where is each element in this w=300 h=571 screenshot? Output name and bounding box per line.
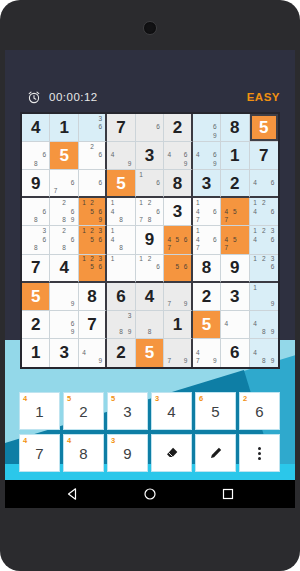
pencil-mark: 6 (96, 208, 104, 216)
pad-digit: 5 (211, 404, 219, 419)
pad-number-2[interactable]: 52 (63, 392, 104, 430)
pencil-mark: 8 (31, 244, 39, 252)
pencil-mark: 6 (96, 236, 104, 244)
pencil-marks: 489 (250, 339, 278, 367)
cell-r8c3[interactable]: 7 (79, 311, 107, 339)
cell-r8c1[interactable]: 2 (22, 311, 50, 339)
pencil-mark: 4 (194, 349, 202, 358)
pad-digit: 6 (255, 404, 263, 419)
cell-r8c8[interactable]: 4 (221, 311, 249, 339)
given-digit: 3 (230, 288, 239, 305)
pencil-mark: 9 (211, 357, 219, 366)
given-digit: 7 (116, 119, 125, 136)
given-digit: 9 (31, 175, 40, 192)
pencil-mark: 6 (96, 123, 104, 131)
pencil-mark: 4 (222, 208, 230, 216)
entered-digit: 5 (31, 288, 40, 305)
cell-r3c6[interactable]: 8 (164, 170, 192, 198)
pencil-mark: 4 (108, 208, 116, 216)
pencil-mark: 6 (154, 208, 162, 216)
pencil-mark: 1 (251, 256, 260, 264)
pencil-mark: 4 (80, 349, 88, 358)
sudoku-board: 4136762698568526493469469179676516832466… (20, 112, 280, 369)
pencil-mark: 9 (68, 300, 76, 308)
pencil-mark: 6 (211, 123, 219, 131)
cell-r6c6[interactable]: 56 (164, 255, 192, 283)
pad-digit: 8 (79, 446, 87, 461)
pencil-mark: 6 (40, 236, 48, 244)
pencil-marks: 479 (193, 339, 220, 367)
pencil-mark: 6 (96, 179, 104, 187)
cell-r6c4[interactable]: 1 (107, 255, 135, 283)
number-pad: 415253346526474839 (19, 392, 280, 472)
eraser-icon (164, 445, 180, 461)
cell-r2c8[interactable]: 1 (221, 142, 249, 170)
pencil-marks: 46 (250, 170, 278, 196)
pencil-mark: 4 (165, 151, 173, 159)
pencil-marks: 489 (250, 311, 278, 338)
cell-r9c8[interactable]: 6 (221, 339, 249, 367)
timer-text: 00:00:12 (49, 91, 98, 103)
pencil-mark: 1 (137, 199, 145, 207)
pencil-marks: 68 (22, 198, 49, 225)
given-digit: 7 (31, 259, 40, 276)
pencil-mark: 1 (108, 199, 116, 207)
pencil-mark: 3 (268, 227, 277, 235)
given-digit: 9 (145, 231, 154, 248)
remaining-count: 5 (111, 395, 115, 403)
cell-r9c3[interactable]: 49 (79, 339, 107, 367)
given-digit: 7 (259, 147, 268, 164)
pencil-mark: 6 (154, 179, 162, 187)
cell-r5c9[interactable]: 12346 (250, 226, 278, 254)
cell-r6c2[interactable]: 4 (50, 255, 78, 283)
pad-digit: 3 (123, 404, 131, 419)
given-digit: 8 (202, 259, 211, 276)
pencil-marks: 268 (50, 226, 77, 253)
pencil-mark: 8 (60, 216, 68, 224)
pencil-mark: 4 (194, 236, 202, 244)
cell-r7c2[interactable]: 9 (50, 283, 78, 311)
given-digit: 2 (230, 175, 239, 192)
cell-r8c9[interactable]: 489 (250, 311, 278, 339)
cell-r1c3[interactable]: 36 (79, 114, 107, 142)
alarm-clock-icon (27, 90, 41, 104)
pad-eraser-button[interactable] (151, 434, 192, 472)
cell-r1c7[interactable]: 69 (193, 114, 221, 142)
pencil-mark: 4 (222, 320, 230, 328)
pencil-marks: 469 (193, 142, 220, 169)
cell-r8c2[interactable]: 69 (50, 311, 78, 339)
pencil-marks: 26 (79, 142, 105, 169)
given-digit: 4 (31, 119, 40, 136)
given-digit: 2 (31, 316, 40, 333)
cell-r6c1[interactable]: 7 (22, 255, 50, 283)
cell-r2c7[interactable]: 469 (193, 142, 221, 170)
cell-r8c6[interactable]: 1 (164, 311, 192, 339)
pencil-mark: 2 (60, 227, 68, 235)
cell-r3c1[interactable]: 9 (22, 170, 50, 198)
pencil-marks: 68 (22, 142, 49, 169)
cell-r6c8[interactable]: 9 (221, 255, 249, 283)
cell-r9c6[interactable]: 79 (164, 339, 192, 367)
pad-number-4[interactable]: 34 (151, 392, 192, 430)
pencil-mark: 6 (268, 208, 277, 216)
pad-menu-button[interactable] (239, 434, 280, 472)
remaining-count: 4 (23, 395, 27, 403)
app-screen: 00:00:12 EASY 41367626985685264934694691… (5, 50, 295, 508)
pencil-mark: 8 (259, 329, 268, 337)
given-digit: 8 (230, 119, 239, 136)
pencil-mark: 1 (80, 199, 88, 207)
pencil-mark: 9 (96, 216, 104, 224)
difficulty-label: EASY (247, 91, 280, 103)
pencil-mark: 8 (117, 244, 125, 252)
cell-r8c4[interactable]: 389 (107, 311, 135, 339)
pencil-marks: 12356 (79, 255, 105, 281)
pencil-mark: 1 (80, 256, 88, 264)
pencil-mark: 2 (145, 256, 153, 264)
pencil-mark: 6 (68, 179, 76, 187)
cell-r4c1[interactable]: 68 (22, 198, 50, 226)
pencil-mark: 6 (211, 236, 219, 244)
pencil-marks: 1467 (193, 226, 220, 253)
pencil-marks: 12678 (136, 198, 163, 225)
pad-digit: 4 (167, 404, 175, 419)
pencil-marks: 69 (50, 311, 77, 338)
pencil-mark: 4 (194, 151, 202, 159)
pencil-mark: 8 (60, 244, 68, 252)
pencil-mark: 6 (211, 208, 219, 216)
pad-digit: 1 (35, 404, 43, 419)
remaining-count: 3 (111, 437, 115, 445)
given-digit: 1 (173, 316, 182, 333)
pencil-mark: 7 (222, 216, 230, 224)
remaining-count: 2 (243, 395, 247, 403)
cell-r1c1[interactable]: 4 (22, 114, 50, 142)
cell-r1c5[interactable]: 6 (136, 114, 164, 142)
pencil-mark: 8 (259, 357, 268, 366)
pencil-icon (208, 445, 224, 461)
pencil-marks: 368 (22, 226, 49, 253)
cell-r2c3[interactable]: 26 (79, 142, 107, 170)
pencil-mark: 1 (251, 227, 260, 235)
cell-r3c9[interactable]: 46 (250, 170, 278, 198)
pad-digit: 7 (35, 446, 43, 461)
back-button[interactable] (65, 487, 79, 501)
cell-r9c2[interactable]: 3 (50, 339, 78, 367)
cell-r5c3[interactable]: 12356 (79, 226, 107, 254)
given-digit: 3 (202, 175, 211, 192)
pencil-mark: 5 (88, 236, 96, 244)
cell-r7c3[interactable]: 8 (79, 283, 107, 311)
pencil-mark: 1 (137, 256, 145, 264)
pencil-mark: 4 (165, 236, 173, 244)
cell-r6c5[interactable]: 126 (136, 255, 164, 283)
pencil-mark: 6 (268, 179, 277, 187)
pencil-marks: 69 (193, 114, 220, 141)
cell-r4c5[interactable]: 12678 (136, 198, 164, 226)
pencil-mark: 3 (125, 312, 133, 320)
pencil-mark: 1 (108, 227, 116, 235)
cell-r4c9[interactable]: 1246 (250, 198, 278, 226)
cell-r5c5[interactable]: 9 (136, 226, 164, 254)
pencil-mark: 6 (154, 123, 162, 131)
entered-digit: 5 (145, 344, 154, 361)
cell-r1c2[interactable]: 1 (50, 114, 78, 142)
cell-r5c7[interactable]: 1467 (193, 226, 221, 254)
given-digit: 6 (116, 288, 125, 305)
cell-r4c8[interactable]: 457 (221, 198, 249, 226)
cell-r9c9[interactable]: 489 (250, 339, 278, 367)
pencil-mark: 6 (68, 320, 76, 328)
pencil-mark: 6 (182, 236, 190, 244)
cell-r3c5[interactable]: 16 (136, 170, 164, 198)
entered-digit: 5 (202, 316, 211, 333)
pencil-mark: 6 (182, 151, 190, 159)
pencil-mark: 9 (182, 160, 190, 168)
pencil-mark: 1 (251, 199, 260, 207)
timer-row: 00:00:12 EASY (5, 87, 295, 107)
cell-r3c2[interactable]: 67 (50, 170, 78, 198)
remaining-count: 4 (67, 437, 71, 445)
remaining-count: 4 (23, 437, 27, 445)
pencil-marks: 148 (107, 226, 134, 253)
cell-r3c3[interactable]: 6 (79, 170, 107, 198)
home-button[interactable] (143, 487, 157, 501)
pencil-marks: 79 (164, 339, 190, 367)
pencil-marks: 8 (136, 311, 163, 338)
pencil-mark: 9 (68, 329, 76, 337)
cell-r2c1[interactable]: 68 (22, 142, 50, 170)
pencil-mark: 9 (211, 160, 219, 168)
pencil-marks: 1236 (250, 255, 278, 281)
pencil-mark: 4 (108, 236, 116, 244)
pencil-mark: 8 (145, 216, 153, 224)
cell-r4c7[interactable]: 1467 (193, 198, 221, 226)
pencil-mark: 6 (268, 236, 277, 244)
cell-r7c9[interactable]: 19 (250, 283, 278, 311)
cell-r6c3[interactable]: 12356 (79, 255, 107, 283)
pencil-mark: 6 (182, 264, 190, 272)
pencil-mark: 1 (108, 256, 116, 264)
pencil-mark: 6 (68, 236, 76, 244)
cell-r9c7[interactable]: 479 (193, 339, 221, 367)
pencil-marks: 469 (164, 142, 190, 169)
given-digit: 7 (87, 316, 96, 333)
pencil-mark: 9 (182, 300, 190, 308)
cell-r9c1[interactable]: 1 (22, 339, 50, 367)
pencil-marks: 1246 (250, 198, 278, 225)
pencil-mark: 5 (88, 264, 96, 272)
pencil-mark: 6 (154, 264, 162, 272)
cell-r7c5[interactable]: 4 (136, 283, 164, 311)
pencil-marks: 79 (164, 283, 190, 310)
pencil-mark: 7 (165, 244, 173, 252)
pencil-marks: 9 (50, 283, 77, 310)
pencil-mark: 7 (194, 357, 202, 366)
pencil-mark: 8 (31, 160, 39, 168)
pencil-mark: 5 (173, 264, 181, 272)
pencil-marks: 2689 (50, 198, 77, 225)
pencil-mark: 6 (40, 151, 48, 159)
cell-r6c7[interactable]: 8 (193, 255, 221, 283)
pencil-mark: 4 (222, 236, 230, 244)
pencil-mark: 4 (108, 151, 116, 159)
pencil-marks: 4 (221, 311, 248, 338)
cell-r2c4[interactable]: 49 (107, 142, 135, 170)
pencil-mark: 2 (88, 199, 96, 207)
cell-r7c1[interactable]: 5 (22, 283, 50, 311)
cell-r4c4[interactable]: 148 (107, 198, 135, 226)
pencil-mark: 8 (145, 329, 153, 337)
cell-r4c3[interactable]: 12569 (79, 198, 107, 226)
front-camera (143, 21, 157, 35)
pencil-marks: 36 (79, 114, 105, 141)
cell-r3c4[interactable]: 5 (107, 170, 135, 198)
cell-r3c8[interactable]: 2 (221, 170, 249, 198)
recents-button[interactable] (221, 487, 235, 501)
cell-r9c5[interactable]: 5 (136, 339, 164, 367)
pad-number-7[interactable]: 47 (19, 434, 60, 472)
pencil-mark: 9 (268, 357, 277, 366)
cell-r1c6[interactable]: 2 (164, 114, 192, 142)
given-digit: 4 (59, 259, 68, 276)
cell-r8c5[interactable]: 8 (136, 311, 164, 339)
entered-digit: 5 (259, 119, 268, 136)
pencil-marks: 457 (221, 198, 248, 225)
cell-r7c8[interactable]: 3 (221, 283, 249, 311)
pad-number-9[interactable]: 39 (107, 434, 148, 472)
pad-number-8[interactable]: 48 (63, 434, 104, 472)
cell-r1c8[interactable]: 8 (221, 114, 249, 142)
pencil-mark: 7 (194, 216, 202, 224)
cell-r7c4[interactable]: 6 (107, 283, 135, 311)
cell-r5c1[interactable]: 368 (22, 226, 50, 254)
pencil-marks: 1 (107, 255, 134, 281)
pencil-mark: 1 (194, 199, 202, 207)
pencil-mark: 7 (51, 187, 59, 195)
pencil-mark: 5 (88, 208, 96, 216)
pencil-marks: 1467 (193, 198, 220, 225)
cell-r8c7[interactable]: 5 (193, 311, 221, 339)
pencil-mark: 2 (259, 256, 268, 264)
pencil-mark: 7 (222, 244, 230, 252)
remaining-count: 5 (67, 395, 71, 403)
pencil-mark: 1 (80, 227, 88, 235)
pencil-mark: 9 (268, 329, 277, 337)
given-digit: 2 (202, 288, 211, 305)
android-navbar (5, 480, 295, 508)
cell-r7c7[interactable]: 2 (193, 283, 221, 311)
pencil-marks: 126 (136, 255, 163, 281)
pencil-marks: 6 (136, 114, 163, 141)
pencil-marks: 457 (221, 226, 248, 253)
given-digit: 8 (173, 175, 182, 192)
cell-r7c6[interactable]: 79 (164, 283, 192, 311)
pencil-mark: 4 (194, 208, 202, 216)
pencil-mark: 9 (96, 357, 104, 366)
pad-number-6[interactable]: 26 (239, 392, 280, 430)
pencil-marks: 4567 (164, 226, 190, 253)
cell-r5c6[interactable]: 4567 (164, 226, 192, 254)
cell-r5c8[interactable]: 457 (221, 226, 249, 254)
pad-number-3[interactable]: 53 (107, 392, 148, 430)
pencil-mark: 8 (117, 216, 125, 224)
pencil-mark: 5 (231, 208, 239, 216)
cell-r2c9[interactable]: 7 (250, 142, 278, 170)
pencil-mark: 6 (40, 208, 48, 216)
entered-digit: 5 (59, 147, 68, 164)
pencil-mark: 9 (182, 357, 190, 366)
pencil-marks: 12356 (79, 226, 105, 253)
pencil-mark: 4 (251, 349, 260, 358)
cell-r9c4[interactable]: 2 (107, 339, 135, 367)
pencil-mark: 3 (96, 115, 104, 123)
remaining-count: 6 (199, 395, 203, 403)
given-digit: 1 (59, 119, 68, 136)
given-digit: 2 (173, 119, 182, 136)
cell-r2c5[interactable]: 3 (136, 142, 164, 170)
pad-number-1[interactable]: 41 (19, 392, 60, 430)
pencil-mark: 4 (251, 179, 260, 187)
cell-r6c9[interactable]: 1236 (250, 255, 278, 283)
cell-r1c4[interactable]: 7 (107, 114, 135, 142)
pencil-mark: 4 (251, 208, 260, 216)
pencil-mark: 6 (96, 151, 104, 159)
cell-r2c2[interactable]: 5 (50, 142, 78, 170)
given-digit: 8 (87, 288, 96, 305)
pad-number-5[interactable]: 65 (195, 392, 236, 430)
pencil-marks: 67 (50, 170, 77, 196)
pencil-marks: 12569 (79, 198, 105, 225)
cell-r5c4[interactable]: 148 (107, 226, 135, 254)
cell-r4c2[interactable]: 2689 (50, 198, 78, 226)
pad-pencil-button[interactable] (195, 434, 236, 472)
cell-r1c9[interactable]: 5 (250, 114, 278, 142)
pencil-mark: 2 (88, 227, 96, 235)
given-digit: 1 (230, 147, 239, 164)
cell-r4c6[interactable]: 3 (164, 198, 192, 226)
pencil-mark: 1 (137, 171, 145, 179)
pencil-mark: 8 (31, 216, 39, 224)
pencil-mark: 9 (125, 329, 133, 337)
pencil-mark: 9 (211, 132, 219, 140)
pencil-marks: 19 (250, 283, 278, 310)
pencil-mark: 5 (173, 236, 181, 244)
pencil-mark: 3 (96, 227, 104, 235)
remaining-count: 3 (155, 395, 159, 403)
pencil-marks: 49 (107, 142, 134, 169)
pencil-mark: 8 (117, 329, 125, 337)
pad-digit: 9 (123, 446, 131, 461)
menu-icon (258, 447, 261, 460)
cell-r2c6[interactable]: 469 (164, 142, 192, 170)
pencil-mark: 6 (96, 264, 104, 272)
pencil-mark: 6 (268, 264, 277, 272)
phone-frame: 00:00:12 EASY 41367626985685264934694691… (0, 0, 300, 571)
app-header: 00:00:12 EASY (5, 50, 295, 112)
pencil-marks: 12346 (250, 226, 278, 253)
cell-r5c2[interactable]: 268 (50, 226, 78, 254)
pencil-mark: 7 (165, 357, 173, 366)
pencil-mark: 6 (68, 208, 76, 216)
cell-r3c7[interactable]: 3 (193, 170, 221, 198)
pencil-mark: 2 (60, 199, 68, 207)
pencil-mark: 4 (251, 236, 260, 244)
pencil-mark: 7 (165, 300, 173, 308)
pencil-mark: 1 (194, 227, 202, 235)
